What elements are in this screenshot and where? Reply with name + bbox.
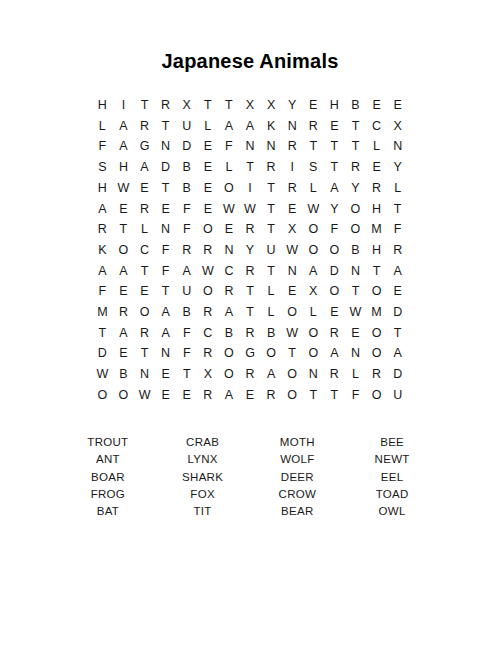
grid-cell[interactable]: A <box>261 364 282 385</box>
grid-cell[interactable]: L <box>92 116 113 137</box>
grid-cell[interactable]: T <box>324 157 345 178</box>
grid-cell[interactable]: N <box>239 136 260 157</box>
grid-cell[interactable]: W <box>92 364 113 385</box>
grid-cell[interactable]: A <box>113 323 134 344</box>
grid-cell[interactable]: O <box>366 323 387 344</box>
grid-cell[interactable]: O <box>282 364 303 385</box>
word-search-grid: HITRXTTXXYEHBEELARTULAAKNRETCXFAGNDEFNNR… <box>0 95 500 405</box>
puzzle-title: Japanese Animals <box>0 0 500 73</box>
grid-cell[interactable]: B <box>261 323 282 344</box>
grid-cell[interactable]: R <box>239 364 260 385</box>
puzzle-page: Japanese Animals HITRXTTXXYEHBEELARTULAA… <box>0 0 500 647</box>
grid-cell[interactable]: T <box>134 95 155 116</box>
grid-cell[interactable]: E <box>197 198 218 219</box>
grid-cell[interactable]: W <box>218 198 239 219</box>
grid-cell[interactable]: R <box>324 323 345 344</box>
grid-cell[interactable]: C <box>134 240 155 261</box>
word-list-item: NEWT <box>345 451 440 468</box>
grid-cell[interactable]: L <box>218 157 239 178</box>
grid-cell[interactable]: T <box>134 261 155 282</box>
grid-cell[interactable]: H <box>113 157 134 178</box>
grid-cell[interactable]: E <box>113 281 134 302</box>
grid-cell[interactable]: F <box>155 261 176 282</box>
word-list-item: CRAB <box>155 433 250 450</box>
grid-cell[interactable]: F <box>345 385 366 406</box>
word-list-item: DEER <box>250 468 345 485</box>
grid-cell[interactable]: R <box>387 240 408 261</box>
grid-cell[interactable]: R <box>134 116 155 137</box>
grid-cell[interactable]: H <box>324 95 345 116</box>
grid-cell[interactable]: N <box>387 136 408 157</box>
grid-cell[interactable]: O <box>218 343 239 364</box>
grid-cell[interactable]: W <box>282 240 303 261</box>
grid-cell[interactable]: S <box>303 157 324 178</box>
grid-cell[interactable]: T <box>366 261 387 282</box>
grid-cell[interactable]: R <box>92 219 113 240</box>
grid-cell[interactable]: A <box>324 343 345 364</box>
grid-cell[interactable]: R <box>282 136 303 157</box>
grid-cell[interactable]: R <box>197 343 218 364</box>
grid-cell[interactable]: R <box>134 198 155 219</box>
grid-cell[interactable]: O <box>261 343 282 364</box>
grid-cell[interactable]: Y <box>282 95 303 116</box>
grid-cell[interactable]: A <box>239 116 260 137</box>
grid-cell[interactable]: T <box>113 219 134 240</box>
grid-cell[interactable]: L <box>303 302 324 323</box>
grid-cell[interactable]: A <box>387 261 408 282</box>
grid-cell[interactable]: Y <box>387 157 408 178</box>
grid-cell[interactable]: E <box>324 116 345 137</box>
word-list-item: LYNX <box>155 451 250 468</box>
grid-cell[interactable]: F <box>218 136 239 157</box>
grid-cell[interactable]: K <box>92 240 113 261</box>
grid-cell[interactable]: T <box>387 198 408 219</box>
grid-cell[interactable]: T <box>197 95 218 116</box>
word-list-item: FOX <box>155 485 250 502</box>
grid-cell[interactable]: W <box>303 198 324 219</box>
grid-cell[interactable]: N <box>155 136 176 157</box>
grid-cell[interactable]: U <box>176 281 197 302</box>
word-list-item: OWL <box>345 503 440 520</box>
grid-cell[interactable]: L <box>261 302 282 323</box>
grid-cell[interactable]: R <box>324 364 345 385</box>
grid-cell[interactable]: G <box>134 136 155 157</box>
grid-cell[interactable]: R <box>197 240 218 261</box>
grid-cell[interactable]: R <box>261 385 282 406</box>
grid-cell[interactable]: A <box>176 261 197 282</box>
grid-cell[interactable]: H <box>366 198 387 219</box>
word-list-item: CROW <box>250 485 345 502</box>
grid-cell[interactable]: N <box>155 343 176 364</box>
grid-cell[interactable]: T <box>345 116 366 137</box>
word-list-item: TOAD <box>345 485 440 502</box>
grid-cell[interactable]: U <box>261 240 282 261</box>
grid-cell[interactable]: R <box>197 302 218 323</box>
grid-cell[interactable]: U <box>387 385 408 406</box>
grid-cell[interactable]: L <box>345 364 366 385</box>
word-list-item: WOLF <box>250 451 345 468</box>
grid-cell[interactable]: T <box>345 281 366 302</box>
grid-cell[interactable]: E <box>218 219 239 240</box>
grid-cell[interactable]: N <box>345 261 366 282</box>
grid-cell[interactable]: R <box>345 157 366 178</box>
grid-cell[interactable]: X <box>176 95 197 116</box>
word-list-item: ANT <box>61 451 156 468</box>
grid-cell[interactable]: R <box>239 219 260 240</box>
grid-cell[interactable]: D <box>324 261 345 282</box>
grid-cell[interactable]: W <box>239 198 260 219</box>
grid-cell[interactable]: E <box>282 198 303 219</box>
grid-cell[interactable]: T <box>239 302 260 323</box>
grid-cell[interactable]: W <box>197 261 218 282</box>
word-list-item: SHARK <box>155 468 250 485</box>
grid-cell[interactable]: R <box>366 178 387 199</box>
grid-cell[interactable]: O <box>324 240 345 261</box>
grid-cell[interactable]: W <box>345 302 366 323</box>
grid-cell[interactable]: T <box>239 281 260 302</box>
grid-cell[interactable]: A <box>155 302 176 323</box>
grid-cell[interactable]: O <box>92 385 113 406</box>
grid-cell[interactable]: F <box>176 343 197 364</box>
grid-cell[interactable]: T <box>303 385 324 406</box>
grid-cell[interactable]: T <box>155 116 176 137</box>
grid-cell[interactable]: E <box>366 157 387 178</box>
grid-cell[interactable]: Y <box>345 178 366 199</box>
grid-cell[interactable]: C <box>218 261 239 282</box>
grid-cell[interactable]: R <box>134 323 155 344</box>
grid-cell[interactable]: O <box>303 343 324 364</box>
grid-cell[interactable]: B <box>176 178 197 199</box>
grid-cell[interactable]: T <box>239 157 260 178</box>
grid-cell[interactable]: O <box>113 385 134 406</box>
grid-cell[interactable]: R <box>303 116 324 137</box>
grid-cell[interactable]: E <box>155 385 176 406</box>
grid-cell[interactable]: R <box>366 364 387 385</box>
grid-cell[interactable]: E <box>134 281 155 302</box>
grid-cell[interactable]: E <box>134 178 155 199</box>
grid-cell[interactable]: X <box>239 95 260 116</box>
grid-cell[interactable]: I <box>239 178 260 199</box>
grid-cell[interactable]: W <box>134 385 155 406</box>
grid-cell[interactable]: B <box>176 302 197 323</box>
grid-cell[interactable]: B <box>345 240 366 261</box>
grid-cell[interactable]: X <box>197 364 218 385</box>
grid-cell[interactable]: T <box>261 198 282 219</box>
grid-cell[interactable]: E <box>197 157 218 178</box>
grid-cell[interactable]: O <box>303 240 324 261</box>
grid-cell[interactable]: T <box>303 136 324 157</box>
grid-cell[interactable]: O <box>366 281 387 302</box>
grid-cell[interactable]: A <box>324 178 345 199</box>
grid-cell[interactable]: O <box>282 385 303 406</box>
grid-cell[interactable]: E <box>282 281 303 302</box>
grid-cell[interactable]: G <box>239 343 260 364</box>
grid-cell[interactable]: A <box>113 136 134 157</box>
grid-cell[interactable]: Y <box>324 198 345 219</box>
grid-cell[interactable]: H <box>366 240 387 261</box>
grid-cell[interactable]: E <box>366 95 387 116</box>
grid-cell[interactable]: Y <box>239 240 260 261</box>
grid-cell[interactable]: O <box>282 302 303 323</box>
grid-cell[interactable]: M <box>92 302 113 323</box>
grid-cell[interactable]: D <box>176 136 197 157</box>
grid-cell[interactable]: I <box>113 95 134 116</box>
word-list-item: TIT <box>155 503 250 520</box>
grid-cell[interactable]: E <box>155 364 176 385</box>
grid-cell[interactable]: R <box>261 157 282 178</box>
grid-cell[interactable]: R <box>155 95 176 116</box>
grid-cell[interactable]: B <box>176 157 197 178</box>
grid-cell[interactable]: E <box>387 281 408 302</box>
grid-cell[interactable]: M <box>366 219 387 240</box>
grid-cell[interactable]: B <box>113 364 134 385</box>
grid-cell[interactable]: A <box>218 116 239 137</box>
grid-cell[interactable]: D <box>92 343 113 364</box>
grid-cell[interactable]: T <box>134 343 155 364</box>
grid-cell[interactable]: B <box>345 95 366 116</box>
grid-cell[interactable]: X <box>282 219 303 240</box>
grid-cell[interactable]: K <box>261 116 282 137</box>
grid-cell[interactable]: I <box>282 157 303 178</box>
grid-cell[interactable]: E <box>239 385 260 406</box>
grid-cell[interactable]: F <box>176 219 197 240</box>
grid-cell[interactable]: E <box>176 385 197 406</box>
word-list: TROUTCRABMOTHBEEANTLYNXWOLFNEWTBOARSHARK… <box>61 433 440 519</box>
grid-cell[interactable]: L <box>387 178 408 199</box>
grid-cell[interactable]: E <box>387 95 408 116</box>
word-list-item: TROUT <box>61 433 156 450</box>
grid-cell[interactable]: A <box>218 302 239 323</box>
grid-cell[interactable]: R <box>113 302 134 323</box>
grid-cell[interactable]: T <box>155 178 176 199</box>
grid-cell[interactable]: T <box>261 261 282 282</box>
grid-cell[interactable]: N <box>282 116 303 137</box>
grid-cell[interactable]: A <box>155 323 176 344</box>
grid-cell[interactable]: A <box>134 157 155 178</box>
grid-cell[interactable]: D <box>387 364 408 385</box>
grid-cell[interactable]: O <box>303 219 324 240</box>
grid-cell[interactable]: W <box>113 178 134 199</box>
word-list-item: BEAR <box>250 503 345 520</box>
grid-cell[interactable]: T <box>218 95 239 116</box>
grid-cell[interactable]: U <box>176 116 197 137</box>
grid-cell[interactable]: F <box>387 219 408 240</box>
grid-cell[interactable]: C <box>197 323 218 344</box>
grid-cell[interactable]: W <box>282 323 303 344</box>
word-list-item: EEL <box>345 468 440 485</box>
grid-cell[interactable]: T <box>155 281 176 302</box>
grid-cell[interactable]: L <box>261 281 282 302</box>
grid-cell[interactable]: O <box>113 240 134 261</box>
grid-cell[interactable]: R <box>218 281 239 302</box>
grid-cell[interactable]: E <box>155 198 176 219</box>
word-list-item: BAT <box>61 503 156 520</box>
grid-cell[interactable]: T <box>176 364 197 385</box>
grid-cell[interactable]: E <box>113 343 134 364</box>
grid-cell[interactable]: N <box>261 136 282 157</box>
grid-cell[interactable]: H <box>92 178 113 199</box>
grid-cell[interactable]: T <box>261 219 282 240</box>
grid-cell[interactable]: O <box>218 178 239 199</box>
grid-cell[interactable]: N <box>282 261 303 282</box>
grid-cell[interactable]: F <box>92 281 113 302</box>
grid-cell[interactable]: N <box>303 364 324 385</box>
word-list-item: FROG <box>61 485 156 502</box>
grid-cell[interactable]: T <box>261 178 282 199</box>
grid-cell[interactable]: O <box>366 385 387 406</box>
grid-cell[interactable]: O <box>345 198 366 219</box>
word-list-item: BOAR <box>61 468 156 485</box>
grid-cell[interactable]: E <box>303 95 324 116</box>
grid-cell[interactable]: O <box>218 364 239 385</box>
grid-cell[interactable]: T <box>345 136 366 157</box>
grid-cell[interactable]: F <box>176 323 197 344</box>
grid-cell[interactable]: E <box>324 302 345 323</box>
grid-cell[interactable]: R <box>239 323 260 344</box>
grid-cell[interactable]: C <box>366 116 387 137</box>
grid-cell[interactable]: S <box>92 157 113 178</box>
grid-cell[interactable]: T <box>387 323 408 344</box>
grid-cell[interactable]: A <box>303 261 324 282</box>
grid-cell[interactable]: L <box>197 116 218 137</box>
grid-cell[interactable]: R <box>282 178 303 199</box>
grid-cell[interactable]: L <box>366 136 387 157</box>
grid-cell[interactable]: D <box>387 302 408 323</box>
grid-cell[interactable]: M <box>366 302 387 323</box>
grid-cell[interactable]: E <box>113 198 134 219</box>
grid-cell[interactable]: O <box>134 302 155 323</box>
grid-cell[interactable]: O <box>366 343 387 364</box>
grid-cell[interactable]: T <box>324 385 345 406</box>
grid-cell[interactable]: O <box>345 219 366 240</box>
grid-cell[interactable]: O <box>324 281 345 302</box>
grid-cell[interactable]: B <box>218 323 239 344</box>
grid-cell[interactable]: H <box>92 95 113 116</box>
grid-cell[interactable]: O <box>303 323 324 344</box>
grid-cell[interactable]: F <box>155 240 176 261</box>
grid-cell[interactable]: A <box>92 261 113 282</box>
grid-cell[interactable]: X <box>303 281 324 302</box>
grid-cell[interactable]: A <box>387 343 408 364</box>
grid-cell[interactable]: X <box>387 116 408 137</box>
grid-cell[interactable]: O <box>197 219 218 240</box>
grid-cell[interactable]: X <box>261 95 282 116</box>
grid-cell[interactable]: E <box>345 323 366 344</box>
grid-cell[interactable]: L <box>134 219 155 240</box>
grid-cell[interactable]: A <box>113 261 134 282</box>
grid-cell[interactable]: A <box>113 116 134 137</box>
grid-cell[interactable]: F <box>176 198 197 219</box>
grid-cell[interactable]: N <box>134 364 155 385</box>
grid-cell[interactable]: F <box>324 219 345 240</box>
grid-cell[interactable]: R <box>239 261 260 282</box>
grid-cell[interactable]: N <box>345 343 366 364</box>
grid-cell[interactable]: T <box>92 323 113 344</box>
grid-cell[interactable]: T <box>282 343 303 364</box>
grid-cell[interactable]: N <box>218 240 239 261</box>
grid-cell[interactable]: A <box>92 198 113 219</box>
grid-cell[interactable]: O <box>197 281 218 302</box>
grid-cell[interactable]: E <box>197 136 218 157</box>
grid-cell[interactable]: N <box>155 219 176 240</box>
grid-cell[interactable]: T <box>324 136 345 157</box>
grid-cell[interactable]: D <box>155 157 176 178</box>
word-list-item: MOTH <box>250 433 345 450</box>
grid-cell[interactable]: R <box>176 240 197 261</box>
grid-cell[interactable]: L <box>303 178 324 199</box>
grid-cell[interactable]: F <box>92 136 113 157</box>
word-list-item: BEE <box>345 433 440 450</box>
grid-cell[interactable]: R <box>197 385 218 406</box>
grid-cell[interactable]: E <box>197 178 218 199</box>
grid-cell[interactable]: A <box>218 385 239 406</box>
